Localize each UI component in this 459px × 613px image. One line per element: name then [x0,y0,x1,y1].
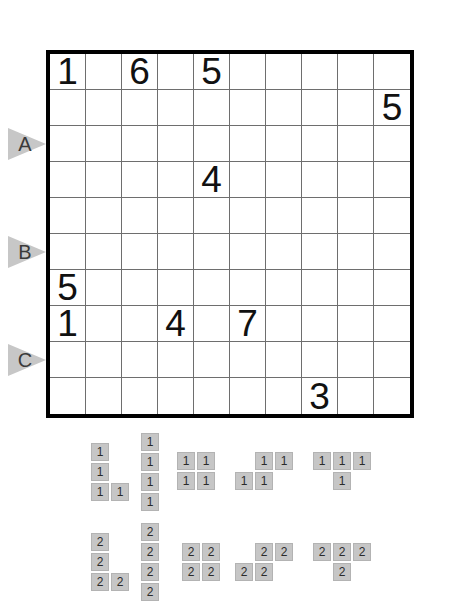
grid-cell[interactable] [86,378,122,414]
tetromino-cell: 1 [333,472,351,490]
tetromino-cell: 2 [91,533,109,551]
tetromino-cell: 2 [182,563,200,581]
grid-cell[interactable] [194,90,230,126]
tetromino-cell: 1 [235,472,253,490]
grid-cell[interactable] [122,342,158,378]
grid-cell[interactable] [122,378,158,414]
grid-cell[interactable] [158,90,194,126]
grid-cell[interactable] [302,270,338,306]
grid-cell[interactable] [158,54,194,90]
grid-cell[interactable] [194,234,230,270]
row-marker-A: A [8,128,46,160]
grid-cell[interactable] [158,342,194,378]
grid-cell[interactable] [266,162,302,198]
grid-cell[interactable] [302,126,338,162]
grid-cell[interactable] [86,198,122,234]
tetromino-cell: 1 [275,452,293,470]
grid-cell[interactable] [302,306,338,342]
grid-cell[interactable] [302,198,338,234]
given-number: 3 [309,378,330,415]
tetromino-cell: 1 [111,483,129,501]
tetromino-cell: 2 [202,563,220,581]
grid-cell[interactable]: 4 [158,306,194,342]
grid-cell[interactable]: 5 [374,90,410,126]
grid-cell[interactable] [230,126,266,162]
tetromino-cell: 1 [197,452,215,470]
grid-cell[interactable] [338,342,374,378]
grid-cell[interactable] [374,234,410,270]
grid-cell[interactable] [86,270,122,306]
grid-cell[interactable] [374,378,410,414]
tetromino-cell: 2 [182,543,200,561]
grid-cell[interactable] [122,306,158,342]
grid-cell[interactable] [266,342,302,378]
tetromino-cell: 1 [177,472,195,490]
tetromino-cell: 2 [275,543,293,561]
grid-cell[interactable] [374,198,410,234]
tetromino-cell: 2 [333,563,351,581]
grid-cell[interactable]: 7 [230,306,266,342]
grid-cell[interactable] [230,342,266,378]
grid-cell[interactable] [50,342,86,378]
grid-cell[interactable] [302,162,338,198]
grid-cell[interactable] [50,378,86,414]
tetromino-cell: 2 [255,563,273,581]
grid-cell[interactable] [50,234,86,270]
row-marker-C: C [8,344,46,376]
tetromino-cell: 2 [235,563,253,581]
grid-cell[interactable] [122,198,158,234]
grid-cell[interactable] [158,234,194,270]
grid-cell[interactable] [194,198,230,234]
puzzle-page: 1655451473 ABC 1111111111111111111122222… [0,0,459,613]
grid-cell[interactable] [86,54,122,90]
tetromino-cell: 1 [141,473,159,491]
grid-cell[interactable] [374,126,410,162]
grid-cell[interactable] [338,54,374,90]
grid-cell[interactable] [50,90,86,126]
given-number: 4 [165,305,186,342]
tetromino-cell: 2 [353,543,371,561]
grid-cell[interactable] [122,90,158,126]
grid-cell[interactable] [122,162,158,198]
grid-cell[interactable] [374,306,410,342]
grid-cell[interactable] [374,162,410,198]
grid-cell[interactable]: 5 [194,54,230,90]
grid-cell[interactable] [158,162,194,198]
row-marker-label: A [15,128,35,160]
row-marker-label: B [15,236,35,268]
tetromino-cell: 1 [91,483,109,501]
tetromino-cell: 2 [333,543,351,561]
grid-cell[interactable] [266,198,302,234]
grid-cell[interactable] [86,306,122,342]
grid-cell[interactable] [374,270,410,306]
grid-cell[interactable] [158,270,194,306]
grid-cell[interactable] [302,342,338,378]
tetromino-cell: 1 [255,452,273,470]
grid-cell[interactable] [122,270,158,306]
tetromino-cell: 2 [141,583,159,601]
tetromino-cell: 1 [255,472,273,490]
grid-cell[interactable]: 4 [194,162,230,198]
row-marker-label: C [15,344,35,376]
grid-cell[interactable] [230,54,266,90]
grid-cell[interactable] [158,126,194,162]
grid-cell[interactable] [230,198,266,234]
grid-cell[interactable] [266,378,302,414]
given-number: 5 [57,269,78,306]
grid-cell[interactable] [230,162,266,198]
tetromino-cell: 1 [313,452,331,470]
grid-cell[interactable] [338,378,374,414]
grid-cell[interactable] [230,378,266,414]
given-number: 5 [201,53,222,90]
grid-cell[interactable] [194,126,230,162]
grid-cell[interactable] [50,162,86,198]
grid-cell[interactable] [266,270,302,306]
grid-cell[interactable] [338,234,374,270]
grid-cell[interactable] [338,306,374,342]
grid-cell[interactable]: 1 [50,54,86,90]
grid-cell[interactable] [194,270,230,306]
given-number: 6 [129,53,150,90]
puzzle-board: 1655451473 [46,50,414,418]
grid-cell[interactable] [194,306,230,342]
tetromino-cell: 2 [91,573,109,591]
grid-cell[interactable] [158,198,194,234]
tetromino-cell: 2 [313,543,331,561]
tetromino-cell: 1 [333,452,351,470]
tetromino-cell: 1 [197,472,215,490]
given-number: 1 [57,305,78,342]
tetromino-cell: 1 [141,453,159,471]
tetromino-cell: 2 [255,543,273,561]
tetromino-cell: 2 [141,523,159,541]
grid-cell[interactable] [86,126,122,162]
grid-cell[interactable] [86,90,122,126]
grid-cell[interactable] [374,54,410,90]
tetromino-cell: 1 [141,433,159,451]
grid-cell[interactable] [50,198,86,234]
tetromino-cell: 1 [91,463,109,481]
grid-cell[interactable] [86,234,122,270]
grid-cell[interactable] [338,198,374,234]
grid-cell[interactable] [266,126,302,162]
grid-cell[interactable]: 5 [50,270,86,306]
grid-cell[interactable] [194,342,230,378]
grid-cell[interactable] [266,54,302,90]
grid-cell[interactable] [302,54,338,90]
tetromino-cell: 2 [141,543,159,561]
grid-cell[interactable] [230,90,266,126]
tetromino-cell: 2 [91,553,109,571]
grid-cell[interactable] [338,270,374,306]
tetromino-cell: 2 [202,543,220,561]
given-number: 7 [237,305,258,342]
tetromino-cell: 1 [353,452,371,470]
grid-cell[interactable]: 6 [122,54,158,90]
grid-cell[interactable] [230,270,266,306]
grid-cell[interactable]: 1 [50,306,86,342]
grid-cell[interactable] [338,162,374,198]
grid-cell[interactable] [302,234,338,270]
grid-cell[interactable]: 3 [302,378,338,414]
grid-cell[interactable] [86,342,122,378]
tetromino-cell: 2 [111,573,129,591]
grid-cell[interactable] [266,234,302,270]
grid-cell[interactable] [230,234,266,270]
row-marker-B: B [8,236,46,268]
grid-cell[interactable] [266,90,302,126]
given-number: 1 [57,53,78,90]
tetromino-cell: 1 [141,493,159,511]
given-number: 5 [382,89,403,126]
grid-cell[interactable] [338,126,374,162]
tetromino-cell: 2 [141,563,159,581]
grid-cell[interactable] [122,126,158,162]
grid-cell[interactable] [302,90,338,126]
grid-cell[interactable] [338,90,374,126]
grid-cell[interactable] [194,378,230,414]
grid-cell[interactable] [50,126,86,162]
tetromino-cell: 1 [91,443,109,461]
grid-cell[interactable] [266,306,302,342]
tetromino-cell: 1 [177,452,195,470]
given-number: 4 [201,161,222,198]
grid-cell[interactable] [158,378,194,414]
grid-cell[interactable] [86,162,122,198]
grid-cell[interactable] [122,234,158,270]
grid-cell[interactable] [374,342,410,378]
